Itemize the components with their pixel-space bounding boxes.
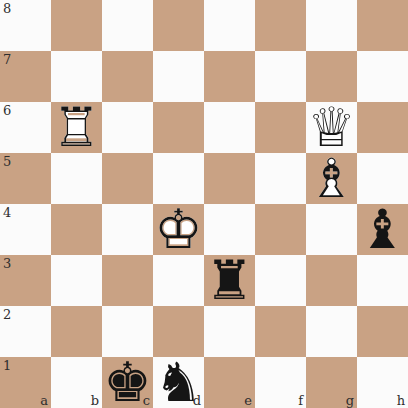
piece-black-rook[interactable]: ♜ bbox=[204, 255, 255, 306]
square-a3[interactable]: 3 bbox=[0, 255, 51, 306]
piece-glyph: ♜ bbox=[205, 255, 253, 306]
rank-label-3: 3 bbox=[3, 257, 11, 270]
piece-white-bishop[interactable]: ♝♗ bbox=[306, 153, 357, 204]
rank-label-1: 1 bbox=[3, 359, 11, 372]
square-c3[interactable] bbox=[102, 255, 153, 306]
square-h3[interactable] bbox=[357, 255, 408, 306]
piece-white-rook[interactable]: ♜♖ bbox=[51, 102, 102, 153]
piece-black-bishop[interactable]: ♝ bbox=[357, 204, 408, 255]
square-b3[interactable] bbox=[51, 255, 102, 306]
square-g3[interactable] bbox=[306, 255, 357, 306]
square-c5[interactable] bbox=[102, 153, 153, 204]
square-d4[interactable]: ♚♔ bbox=[153, 204, 204, 255]
square-e7[interactable] bbox=[204, 51, 255, 102]
square-g8[interactable] bbox=[306, 0, 357, 51]
square-e2[interactable] bbox=[204, 306, 255, 357]
square-h8[interactable] bbox=[357, 0, 408, 51]
piece-glyph: ♚ bbox=[103, 357, 151, 408]
square-e1[interactable]: e bbox=[204, 357, 255, 408]
square-c1[interactable]: c♚ bbox=[102, 357, 153, 408]
square-d1[interactable]: d♞ bbox=[153, 357, 204, 408]
square-b2[interactable] bbox=[51, 306, 102, 357]
square-h7[interactable] bbox=[357, 51, 408, 102]
square-d8[interactable] bbox=[153, 0, 204, 51]
square-f6[interactable] bbox=[255, 102, 306, 153]
file-label-e: e bbox=[244, 394, 252, 407]
square-h4[interactable]: ♝ bbox=[357, 204, 408, 255]
square-a2[interactable]: 2 bbox=[0, 306, 51, 357]
rank-label-8: 8 bbox=[3, 2, 11, 15]
square-b6[interactable]: ♜♖ bbox=[51, 102, 102, 153]
rank-label-7: 7 bbox=[3, 53, 11, 66]
square-d3[interactable] bbox=[153, 255, 204, 306]
square-h1[interactable]: h bbox=[357, 357, 408, 408]
square-d6[interactable] bbox=[153, 102, 204, 153]
square-f8[interactable] bbox=[255, 0, 306, 51]
file-label-a: a bbox=[40, 394, 48, 407]
square-c7[interactable] bbox=[102, 51, 153, 102]
square-f3[interactable] bbox=[255, 255, 306, 306]
square-f1[interactable]: f bbox=[255, 357, 306, 408]
square-a4[interactable]: 4 bbox=[0, 204, 51, 255]
square-a5[interactable]: 5 bbox=[0, 153, 51, 204]
square-e4[interactable] bbox=[204, 204, 255, 255]
square-g4[interactable] bbox=[306, 204, 357, 255]
square-b8[interactable] bbox=[51, 0, 102, 51]
square-d2[interactable] bbox=[153, 306, 204, 357]
piece-glyph: ♔ bbox=[154, 204, 202, 255]
rank-label-2: 2 bbox=[3, 308, 11, 321]
square-d7[interactable] bbox=[153, 51, 204, 102]
square-g2[interactable] bbox=[306, 306, 357, 357]
piece-black-king[interactable]: ♚ bbox=[102, 357, 153, 408]
piece-glyph: ♞ bbox=[154, 357, 202, 408]
square-c4[interactable] bbox=[102, 204, 153, 255]
file-label-g: g bbox=[346, 394, 354, 407]
square-e5[interactable] bbox=[204, 153, 255, 204]
square-c8[interactable] bbox=[102, 0, 153, 51]
square-e8[interactable] bbox=[204, 0, 255, 51]
square-c2[interactable] bbox=[102, 306, 153, 357]
piece-glyph: ♕ bbox=[307, 102, 355, 153]
square-h6[interactable] bbox=[357, 102, 408, 153]
square-f2[interactable] bbox=[255, 306, 306, 357]
chess-board: 876♜♖♛♕5♝♗4♚♔♝3♜21abc♚d♞efgh bbox=[0, 0, 408, 408]
piece-white-queen[interactable]: ♛♕ bbox=[306, 102, 357, 153]
square-g7[interactable] bbox=[306, 51, 357, 102]
rank-label-5: 5 bbox=[3, 155, 11, 168]
square-f4[interactable] bbox=[255, 204, 306, 255]
piece-glyph: ♖ bbox=[52, 102, 100, 153]
square-h2[interactable] bbox=[357, 306, 408, 357]
rank-label-4: 4 bbox=[3, 206, 11, 219]
square-f5[interactable] bbox=[255, 153, 306, 204]
square-a1[interactable]: 1a bbox=[0, 357, 51, 408]
piece-glyph: ♗ bbox=[307, 153, 355, 204]
square-g1[interactable]: g bbox=[306, 357, 357, 408]
square-b5[interactable] bbox=[51, 153, 102, 204]
square-f7[interactable] bbox=[255, 51, 306, 102]
file-label-b: b bbox=[91, 394, 99, 407]
square-a6[interactable]: 6 bbox=[0, 102, 51, 153]
square-b1[interactable]: b bbox=[51, 357, 102, 408]
piece-black-knight[interactable]: ♞ bbox=[153, 357, 204, 408]
square-b7[interactable] bbox=[51, 51, 102, 102]
file-label-f: f bbox=[298, 394, 303, 407]
piece-white-king[interactable]: ♚♔ bbox=[153, 204, 204, 255]
square-g5[interactable]: ♝♗ bbox=[306, 153, 357, 204]
rank-label-6: 6 bbox=[3, 104, 11, 117]
piece-glyph: ♝ bbox=[358, 204, 406, 255]
file-label-h: h bbox=[397, 394, 405, 407]
square-h5[interactable] bbox=[357, 153, 408, 204]
square-d5[interactable] bbox=[153, 153, 204, 204]
square-c6[interactable] bbox=[102, 102, 153, 153]
square-a8[interactable]: 8 bbox=[0, 0, 51, 51]
square-b4[interactable] bbox=[51, 204, 102, 255]
square-e6[interactable] bbox=[204, 102, 255, 153]
square-a7[interactable]: 7 bbox=[0, 51, 51, 102]
square-g6[interactable]: ♛♕ bbox=[306, 102, 357, 153]
square-e3[interactable]: ♜ bbox=[204, 255, 255, 306]
